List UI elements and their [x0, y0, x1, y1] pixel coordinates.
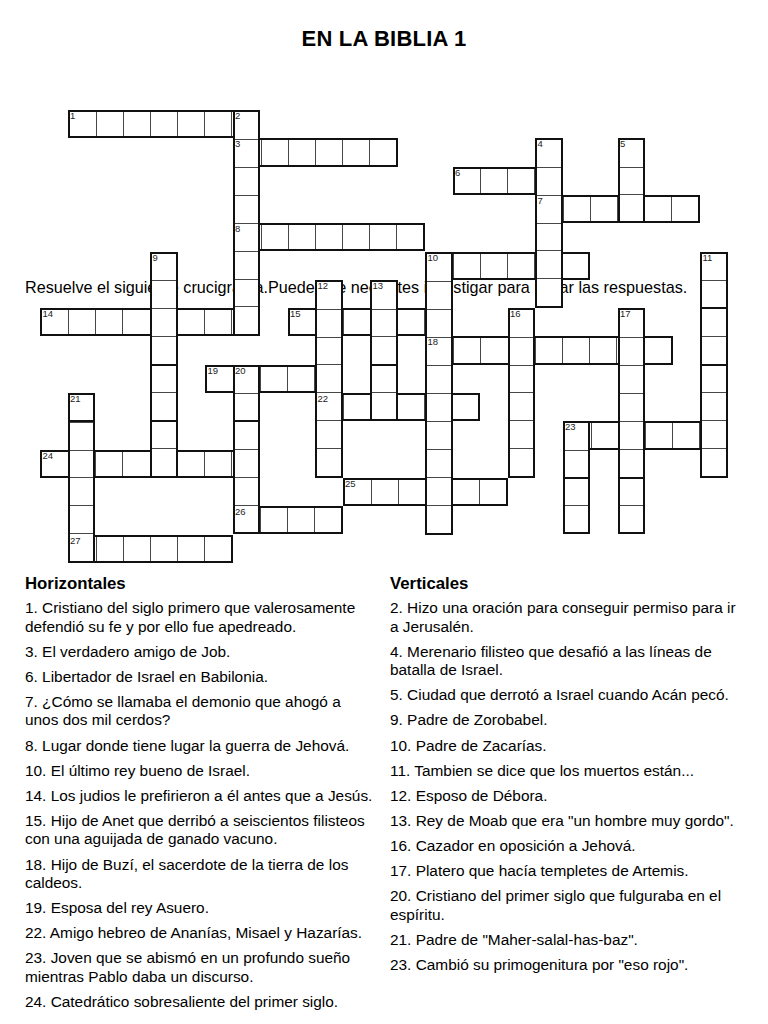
down-clue-9: 9. Padre de Zorobabel.: [390, 711, 762, 730]
grid-cell[interactable]: [317, 337, 341, 365]
cell-number-25: 25: [345, 479, 356, 489]
grid-cell[interactable]: [261, 225, 288, 249]
grid-cell[interactable]: [537, 223, 561, 251]
cell-number-8: 8: [235, 224, 240, 234]
grid-cell[interactable]: [235, 477, 259, 505]
down-clue-list: 2. Hizo una oración para conseguir permi…: [390, 599, 762, 975]
grid-cell[interactable]: [591, 423, 618, 447]
grid-cell[interactable]: [369, 225, 396, 249]
grid-cell[interactable]: [672, 423, 699, 447]
grid-cell[interactable]: [315, 225, 342, 249]
grid-cell[interactable]: [204, 452, 231, 476]
grid-cell[interactable]: [563, 197, 590, 221]
grid-cell[interactable]: [70, 477, 94, 505]
grid-cell[interactable]: [451, 395, 478, 419]
cell-number-7: 7: [538, 196, 543, 206]
cell-number-19: 19: [208, 366, 219, 376]
grid-cell[interactable]: [510, 448, 534, 476]
grid-cell[interactable]: [122, 452, 149, 476]
grid-cell[interactable]: [398, 480, 425, 504]
down-clue-12: 12. Esposo de Débora.: [390, 787, 762, 806]
cell-number-16: 16: [510, 309, 521, 319]
grid-cell[interactable]: [620, 167, 644, 194]
down-clue-17: 17. Platero que hacía templetes de Artem…: [390, 862, 762, 881]
grid-cell[interactable]: [565, 477, 589, 505]
down-clue-11: 11. Tambien se dice que los muertos está…: [390, 762, 762, 781]
grid-cell[interactable]: [427, 365, 451, 393]
grid-cell[interactable]: [510, 392, 534, 420]
grid-cell[interactable]: [317, 420, 341, 448]
down-clue-16: 16. Cazador en oposición a Jehová.: [390, 837, 762, 856]
grid-cell[interactable]: [96, 537, 123, 561]
cell-number-2: 2: [235, 111, 240, 121]
grid-cell[interactable]: [235, 251, 259, 279]
grid-cell[interactable]: [479, 480, 506, 504]
cell-number-10: 10: [428, 253, 439, 263]
across-clues-section: Horizontales 1. Cristiano del siglo prim…: [25, 574, 387, 1018]
cell-number-11: 11: [703, 253, 713, 263]
across-clue-6: 6. Libertador de Israel en Babilonia.: [25, 668, 387, 687]
across-clue-3: 3. El verdadero amigo de Job.: [25, 643, 387, 662]
cell-number-15: 15: [290, 309, 301, 319]
cell-number-4: 4: [538, 139, 543, 149]
grid-cell[interactable]: [643, 338, 670, 362]
grid-heavy-line: [700, 364, 728, 366]
grid-cell[interactable]: [369, 140, 396, 164]
grid-cell[interactable]: [537, 167, 561, 195]
crossword-grid: 1234567891011121314151617181920212223242…: [40, 110, 728, 563]
grid-cell[interactable]: [620, 393, 644, 421]
grid-cell[interactable]: [317, 448, 341, 476]
down-clue-10: 10. Padre de Zacarías.: [390, 737, 762, 756]
grid-cell[interactable]: [372, 336, 396, 364]
grid-cell[interactable]: [453, 338, 480, 362]
grid-cell[interactable]: [480, 254, 507, 278]
grid-heavy-line: [618, 477, 646, 479]
grid-cell[interactable]: [537, 250, 561, 278]
grid-cell[interactable]: [122, 310, 149, 334]
grid-cell[interactable]: [562, 338, 589, 362]
grid-cell[interactable]: [507, 254, 534, 278]
grid-cell[interactable]: [507, 169, 534, 193]
grid-cell[interactable]: [287, 508, 314, 532]
grid-cell[interactable]: [702, 364, 726, 392]
across-clue-list: 1. Cristiano del siglo primero que valer…: [25, 599, 387, 1012]
grid-cell[interactable]: [343, 395, 370, 419]
grid-cell[interactable]: [702, 448, 726, 476]
grid-cell[interactable]: [235, 449, 259, 477]
grid-cell[interactable]: [620, 194, 644, 221]
grid-cell[interactable]: [427, 477, 451, 505]
grid-cell[interactable]: [397, 310, 424, 334]
grid-cell[interactable]: [288, 225, 315, 249]
grid-cell[interactable]: [204, 310, 231, 334]
across-clue-10: 10. El último rey bueno de Israel.: [25, 762, 387, 781]
grid-cell[interactable]: [150, 112, 177, 136]
grid-cell[interactable]: [561, 254, 588, 278]
grid-cell[interactable]: [314, 508, 341, 532]
grid-cell[interactable]: [235, 306, 259, 334]
grid-cell[interactable]: [152, 336, 176, 364]
grid-cell[interactable]: [152, 364, 176, 392]
down-clue-21: 21. Padre de "Maher-salal-has-baz".: [390, 931, 762, 950]
grid-cell[interactable]: [480, 169, 507, 193]
grid-heavy-line: [233, 420, 261, 422]
across-slot-8[interactable]: [233, 223, 426, 251]
grid-heavy-line: [68, 420, 96, 422]
grid-cell[interactable]: [565, 450, 589, 478]
grid-cell[interactable]: [204, 112, 231, 136]
cell-number-24: 24: [43, 451, 54, 461]
cell-number-12: 12: [318, 281, 329, 291]
grid-cell[interactable]: [590, 197, 617, 221]
grid-cell[interactable]: [644, 197, 671, 221]
cell-number-6: 6: [455, 168, 460, 178]
grid-cell[interactable]: [342, 225, 369, 249]
across-heading: Horizontales: [25, 574, 387, 594]
grid-cell[interactable]: [620, 449, 644, 477]
grid-cell[interactable]: [152, 448, 176, 476]
across-clue-22: 22. Amigo hebreo de Ananías, Misael y Ha…: [25, 924, 387, 943]
cell-number-5: 5: [620, 139, 625, 149]
grid-cell[interactable]: [452, 480, 479, 504]
grid-cell[interactable]: [317, 364, 341, 392]
grid-cell[interactable]: [123, 112, 150, 136]
down-clue-4: 4. Merenario filisteo que desafió a las …: [390, 643, 762, 680]
grid-cell[interactable]: [152, 280, 176, 308]
grid-cell[interactable]: [397, 395, 424, 419]
grid-cell[interactable]: [702, 280, 726, 308]
grid-cell[interactable]: [317, 309, 341, 337]
grid-cell[interactable]: [620, 477, 644, 505]
across-slot-1[interactable]: [68, 110, 261, 138]
grid-cell[interactable]: [510, 337, 534, 365]
grid-cell[interactable]: [288, 140, 315, 164]
down-clues-section: Verticales 2. Hizo una oración para cons…: [390, 574, 762, 981]
down-clue-23: 23. Cambió su primogenitura por "eso roj…: [390, 956, 762, 975]
grid-heavy-line: [150, 420, 178, 422]
grid-cell[interactable]: [620, 505, 644, 533]
down-clue-20: 20. Cristiano del primer siglo que fulgu…: [390, 887, 762, 924]
cell-number-3: 3: [235, 139, 240, 149]
grid-cell[interactable]: [372, 309, 396, 337]
grid-heavy-line: [700, 307, 728, 309]
cell-number-22: 22: [318, 394, 329, 404]
grid-cell[interactable]: [589, 338, 616, 362]
grid-cell[interactable]: [95, 310, 122, 334]
cell-number-14: 14: [43, 309, 54, 319]
grid-cell[interactable]: [620, 421, 644, 449]
cell-number-20: 20: [235, 366, 246, 376]
grid-cell[interactable]: [152, 420, 176, 448]
grid-cell[interactable]: [177, 112, 204, 136]
grid-cell[interactable]: [261, 140, 288, 164]
grid-cell[interactable]: [235, 393, 259, 421]
grid-cell[interactable]: [427, 505, 451, 533]
grid-cell[interactable]: [150, 537, 177, 561]
page-title: EN LA BIBLIA 1: [0, 26, 768, 52]
grid-cell[interactable]: [96, 112, 123, 136]
grid-cell[interactable]: [480, 338, 507, 362]
grid-cell[interactable]: [453, 254, 480, 278]
down-slot-17[interactable]: [618, 308, 646, 534]
grid-cell[interactable]: [260, 508, 287, 532]
across-clue-15: 15. Hijo de Anet que derribó a seiscient…: [25, 812, 387, 849]
cell-number-17: 17: [620, 309, 631, 319]
grid-cell[interactable]: [510, 420, 534, 448]
grid-cell[interactable]: [152, 308, 176, 336]
grid-cell[interactable]: [396, 225, 423, 249]
grid-cell[interactable]: [565, 505, 589, 533]
grid-cell[interactable]: [537, 278, 561, 306]
grid-heavy-line: [370, 364, 398, 366]
down-slot-10[interactable]: [425, 252, 453, 535]
grid-cell[interactable]: [70, 450, 94, 478]
grid-cell[interactable]: [371, 480, 398, 504]
across-clue-23: 23. Joven que se abismó en un profundo s…: [25, 949, 387, 986]
grid-cell[interactable]: [343, 310, 370, 334]
grid-cell[interactable]: [645, 423, 672, 447]
down-slot-12[interactable]: [315, 280, 343, 478]
grid-cell[interactable]: [427, 393, 451, 421]
grid-cell[interactable]: [68, 310, 95, 334]
grid-cell[interactable]: [70, 422, 94, 450]
grid-cell[interactable]: [702, 336, 726, 364]
grid-cell[interactable]: [287, 367, 314, 391]
down-slot-5[interactable]: [618, 138, 646, 223]
grid-cell[interactable]: [235, 421, 259, 449]
grid-cell[interactable]: [95, 452, 122, 476]
grid-cell[interactable]: [372, 364, 396, 392]
across-clue-1: 1. Cristiano del siglo primero que valer…: [25, 599, 387, 636]
across-clue-24: 24. Catedrático sobresaliente del primer…: [25, 993, 387, 1012]
cell-number-13: 13: [373, 281, 384, 291]
down-heading: Verticales: [390, 574, 762, 594]
grid-cell[interactable]: [372, 392, 396, 420]
grid-cell[interactable]: [70, 505, 94, 533]
grid-cell[interactable]: [702, 392, 726, 420]
across-clue-8: 8. Lugar donde tiene lugar la guerra de …: [25, 737, 387, 756]
cell-number-26: 26: [235, 507, 246, 517]
cell-number-9: 9: [153, 253, 158, 263]
grid-cell[interactable]: [260, 367, 287, 391]
grid-cell[interactable]: [535, 338, 562, 362]
grid-cell[interactable]: [152, 392, 176, 420]
down-slot-13[interactable]: [370, 280, 398, 422]
grid-cell[interactable]: [427, 449, 451, 477]
across-clue-19: 19. Esposa del rey Asuero.: [25, 899, 387, 918]
down-clue-2: 2. Hizo una oración para conseguir permi…: [390, 599, 762, 636]
grid-heavy-line: [150, 364, 178, 366]
grid-cell[interactable]: [235, 195, 259, 223]
grid-cell[interactable]: [342, 140, 369, 164]
grid-cell[interactable]: [620, 337, 644, 365]
grid-cell[interactable]: [620, 365, 644, 393]
down-slot-16[interactable]: [508, 308, 536, 478]
cell-number-21: 21: [70, 394, 81, 404]
cell-number-27: 27: [70, 536, 81, 546]
across-clue-14: 14. Los judios le prefirieron a él antes…: [25, 787, 387, 806]
grid-cell[interactable]: [177, 452, 204, 476]
grid-cell[interactable]: [177, 537, 204, 561]
grid-heavy-line: [563, 477, 591, 479]
grid-cell[interactable]: [427, 421, 451, 449]
grid-cell[interactable]: [427, 281, 451, 309]
grid-cell[interactable]: [510, 365, 534, 393]
grid-cell[interactable]: [204, 537, 231, 561]
grid-cell[interactable]: [315, 140, 342, 164]
down-slot-4[interactable]: [535, 138, 563, 308]
across-clue-7: 7. ¿Cómo se llamaba el demonio que ahogó…: [25, 693, 387, 730]
grid-cell[interactable]: [123, 537, 150, 561]
cell-number-1: 1: [70, 111, 75, 121]
down-clue-13: 13. Rey de Moab que era "un hombre muy g…: [390, 812, 762, 831]
cell-number-23: 23: [565, 422, 576, 432]
grid-cell[interactable]: [235, 279, 259, 307]
grid-cell[interactable]: [702, 420, 726, 448]
grid-cell[interactable]: [177, 310, 204, 334]
grid-cell[interactable]: [235, 167, 259, 195]
down-clue-5: 5. Ciudad que derrotó a Israel cuando Ac…: [390, 686, 762, 705]
cell-number-18: 18: [428, 337, 439, 347]
grid-cell[interactable]: [702, 308, 726, 336]
across-clue-18: 18. Hijo de Buzí, el sacerdote de la tie…: [25, 856, 387, 893]
grid-cell[interactable]: [671, 197, 698, 221]
grid-cell[interactable]: [427, 309, 451, 337]
